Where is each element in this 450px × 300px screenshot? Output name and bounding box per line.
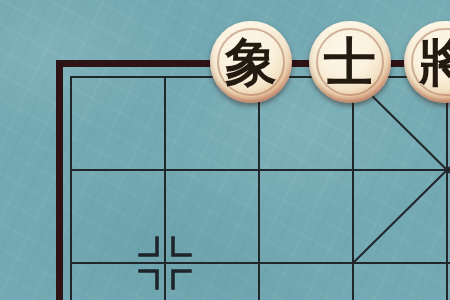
xiangqi-board[interactable]	[70, 76, 450, 300]
board-cell[interactable]	[258, 169, 352, 262]
piece-glyph: 象	[225, 21, 277, 103]
board-cell[interactable]	[70, 169, 164, 262]
board-cell	[446, 262, 450, 300]
board-cell	[446, 169, 450, 262]
board-cell[interactable]	[258, 262, 352, 300]
board-cell[interactable]	[352, 262, 446, 300]
piece-glyph: 士	[324, 21, 376, 103]
piece-black-advisor[interactable]: 士	[309, 21, 391, 103]
piece-glyph: 將	[419, 21, 450, 103]
board-cell[interactable]	[164, 169, 258, 262]
board-cell[interactable]	[70, 262, 164, 300]
piece-black-elephant[interactable]: 象	[210, 21, 292, 103]
board-cell[interactable]	[164, 262, 258, 300]
board-cell[interactable]	[70, 76, 164, 169]
board-cell[interactable]	[352, 169, 446, 262]
game-window: 象 士 將	[0, 0, 450, 300]
